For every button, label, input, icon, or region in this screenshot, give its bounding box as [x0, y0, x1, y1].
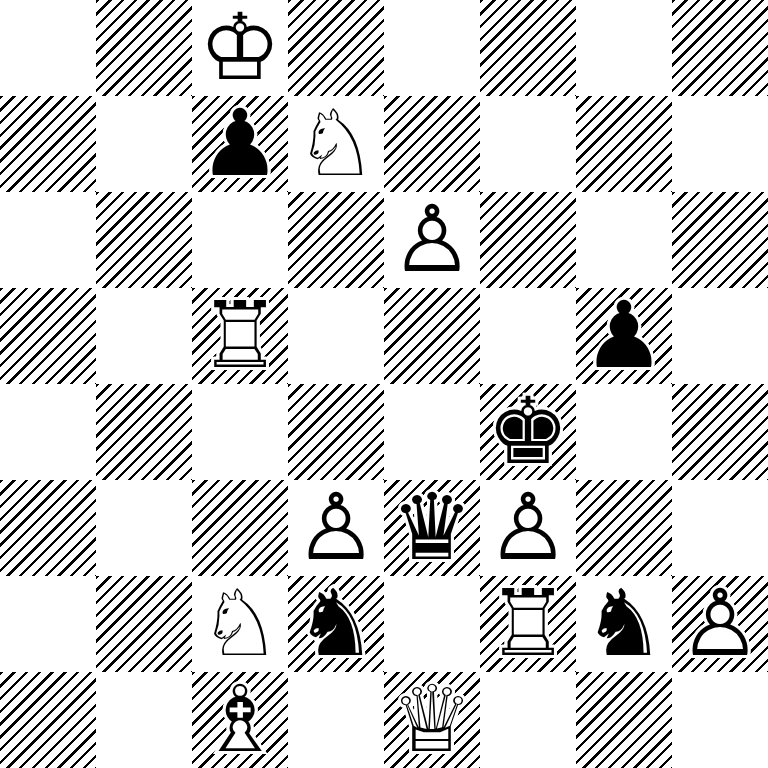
square-a3[interactable]: [0, 480, 96, 576]
white-knight-c2[interactable]: ♞♘: [192, 576, 288, 672]
square-a2[interactable]: [0, 576, 96, 672]
square-c1[interactable]: ♝♗: [192, 672, 288, 768]
white-pawn-icon: ♙: [679, 576, 761, 672]
square-b2[interactable]: [96, 576, 192, 672]
white-pawn-icon: ♙: [391, 192, 473, 288]
square-c8[interactable]: ♚♔: [192, 0, 288, 96]
square-e2[interactable]: [384, 576, 480, 672]
square-h2[interactable]: ♟♙: [672, 576, 768, 672]
square-b5[interactable]: [96, 288, 192, 384]
white-queen-e1[interactable]: ♛♕: [384, 672, 480, 768]
square-a5[interactable]: [0, 288, 96, 384]
square-d4[interactable]: [288, 384, 384, 480]
square-h6[interactable]: [672, 192, 768, 288]
square-b4[interactable]: [96, 384, 192, 480]
black-pawn-icon: ♟: [583, 288, 665, 384]
square-c7[interactable]: ♟♟: [192, 96, 288, 192]
square-f7[interactable]: [480, 96, 576, 192]
white-rook-icon: ♖: [487, 576, 569, 672]
chess-board: ♚♔♟♟♞♘♟♙♜♖♟♟♚♚♟♙♛♛♟♙♞♘♞♞♜♖♞♞♟♙♝♗♛♕: [0, 0, 768, 768]
square-g5[interactable]: ♟♟: [576, 288, 672, 384]
square-b7[interactable]: [96, 96, 192, 192]
square-h7[interactable]: [672, 96, 768, 192]
square-g6[interactable]: [576, 192, 672, 288]
black-knight-icon: ♞: [295, 576, 377, 672]
square-f8[interactable]: [480, 0, 576, 96]
white-rook-f2[interactable]: ♜♖: [480, 576, 576, 672]
black-knight-d2[interactable]: ♞♞: [288, 576, 384, 672]
square-c3[interactable]: [192, 480, 288, 576]
white-pawn-icon: ♙: [295, 480, 377, 576]
square-d6[interactable]: [288, 192, 384, 288]
square-a1[interactable]: [0, 672, 96, 768]
white-king-icon: ♔: [199, 0, 281, 96]
square-g7[interactable]: [576, 96, 672, 192]
square-h4[interactable]: [672, 384, 768, 480]
square-a4[interactable]: [0, 384, 96, 480]
black-queen-icon: ♛: [391, 480, 473, 576]
square-d5[interactable]: [288, 288, 384, 384]
white-king-c8[interactable]: ♚♔: [192, 0, 288, 96]
square-c2[interactable]: ♞♘: [192, 576, 288, 672]
white-pawn-f3[interactable]: ♟♙: [480, 480, 576, 576]
square-f5[interactable]: [480, 288, 576, 384]
square-h5[interactable]: [672, 288, 768, 384]
square-d8[interactable]: [288, 0, 384, 96]
black-knight-g2[interactable]: ♞♞: [576, 576, 672, 672]
square-a6[interactable]: [0, 192, 96, 288]
square-e6[interactable]: ♟♙: [384, 192, 480, 288]
square-c6[interactable]: [192, 192, 288, 288]
square-b1[interactable]: [96, 672, 192, 768]
square-f6[interactable]: [480, 192, 576, 288]
white-pawn-d3[interactable]: ♟♙: [288, 480, 384, 576]
white-rook-icon: ♖: [199, 288, 281, 384]
white-bishop-icon: ♗: [199, 672, 281, 768]
square-h3[interactable]: [672, 480, 768, 576]
square-d7[interactable]: ♞♘: [288, 96, 384, 192]
black-pawn-g5[interactable]: ♟♟: [576, 288, 672, 384]
square-d3[interactable]: ♟♙: [288, 480, 384, 576]
square-e7[interactable]: [384, 96, 480, 192]
black-knight-icon: ♞: [583, 576, 665, 672]
square-g4[interactable]: [576, 384, 672, 480]
square-b6[interactable]: [96, 192, 192, 288]
square-c5[interactable]: ♜♖: [192, 288, 288, 384]
square-f2[interactable]: ♜♖: [480, 576, 576, 672]
square-e3[interactable]: ♛♛: [384, 480, 480, 576]
square-e1[interactable]: ♛♕: [384, 672, 480, 768]
white-bishop-c1[interactable]: ♝♗: [192, 672, 288, 768]
square-d2[interactable]: ♞♞: [288, 576, 384, 672]
square-e8[interactable]: [384, 0, 480, 96]
white-queen-icon: ♕: [391, 672, 473, 768]
white-pawn-icon: ♙: [487, 480, 569, 576]
square-a7[interactable]: [0, 96, 96, 192]
white-pawn-h2[interactable]: ♟♙: [672, 576, 768, 672]
square-h8[interactable]: [672, 0, 768, 96]
white-pawn-e6[interactable]: ♟♙: [384, 192, 480, 288]
square-b8[interactable]: [96, 0, 192, 96]
square-f3[interactable]: ♟♙: [480, 480, 576, 576]
square-e5[interactable]: [384, 288, 480, 384]
square-f1[interactable]: [480, 672, 576, 768]
white-knight-d7[interactable]: ♞♘: [288, 96, 384, 192]
square-h1[interactable]: [672, 672, 768, 768]
square-g1[interactable]: [576, 672, 672, 768]
black-pawn-c7[interactable]: ♟♟: [192, 96, 288, 192]
square-a8[interactable]: [0, 0, 96, 96]
square-d1[interactable]: [288, 672, 384, 768]
black-king-f4[interactable]: ♚♚: [480, 384, 576, 480]
white-rook-c5[interactable]: ♜♖: [192, 288, 288, 384]
square-g8[interactable]: [576, 0, 672, 96]
white-knight-icon: ♘: [199, 576, 281, 672]
square-b3[interactable]: [96, 480, 192, 576]
square-c4[interactable]: [192, 384, 288, 480]
black-king-icon: ♚: [487, 384, 569, 480]
black-pawn-icon: ♟: [199, 96, 281, 192]
square-g3[interactable]: [576, 480, 672, 576]
square-f4[interactable]: ♚♚: [480, 384, 576, 480]
white-knight-icon: ♘: [295, 96, 377, 192]
square-g2[interactable]: ♞♞: [576, 576, 672, 672]
square-e4[interactable]: [384, 384, 480, 480]
black-queen-e3[interactable]: ♛♛: [384, 480, 480, 576]
